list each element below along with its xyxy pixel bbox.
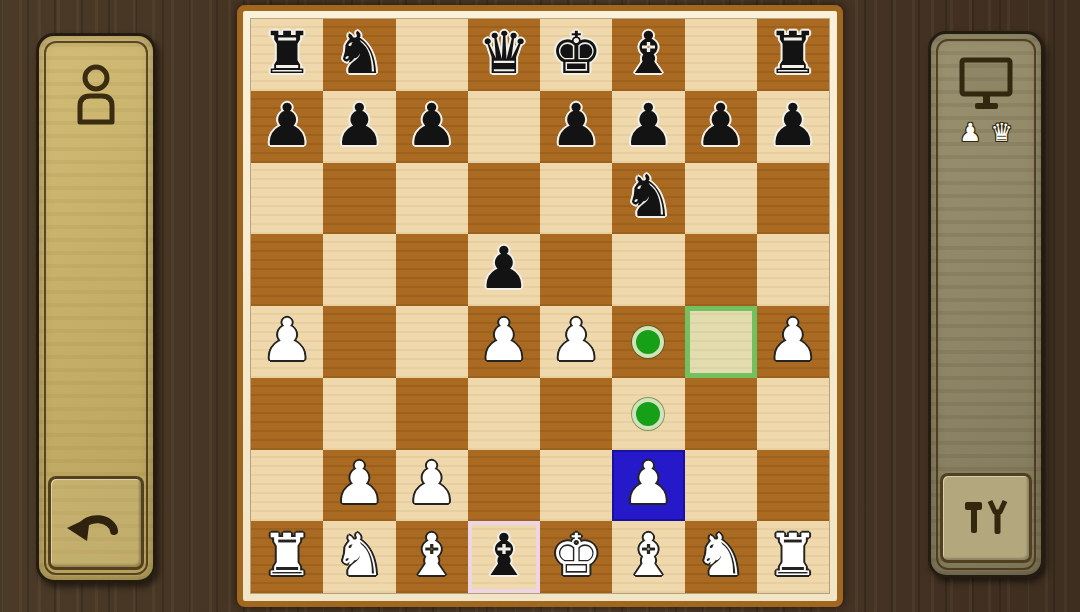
white-pawn: ♟ (767, 311, 819, 369)
player-panel-computer: ♟♛ (928, 31, 1044, 578)
square-f6[interactable]: ♞ (612, 163, 684, 235)
square-f4[interactable] (612, 306, 684, 378)
white-pawn: ♟ (478, 311, 530, 369)
black-pawn: ♟ (550, 96, 602, 154)
captured-white-queen-icon: ♛ (991, 120, 1013, 145)
white-rook: ♜ (767, 526, 819, 584)
player-panel-human (36, 33, 156, 583)
square-e8[interactable]: ♚ (540, 19, 612, 91)
person-icon (67, 60, 125, 132)
square-h3[interactable] (757, 378, 829, 450)
square-c3[interactable] (396, 378, 468, 450)
square-h2[interactable] (757, 450, 829, 522)
settings-button[interactable] (940, 473, 1032, 563)
square-e5[interactable] (540, 234, 612, 306)
black-knight: ♞ (333, 24, 385, 82)
square-f5[interactable] (612, 234, 684, 306)
black-pawn: ♟ (478, 239, 530, 297)
square-c4[interactable] (396, 306, 468, 378)
square-h8[interactable]: ♜ (757, 19, 829, 91)
white-knight: ♞ (333, 526, 385, 584)
square-e6[interactable] (540, 163, 612, 235)
square-d8[interactable]: ♛ (468, 19, 540, 91)
black-pawn: ♟ (261, 96, 313, 154)
square-a7[interactable]: ♟ (251, 91, 323, 163)
square-b7[interactable]: ♟ (323, 91, 395, 163)
square-g1[interactable]: ♞ (685, 521, 757, 593)
square-c1[interactable]: ♝ (396, 521, 468, 593)
square-f7[interactable]: ♟ (612, 91, 684, 163)
white-king: ♚ (550, 526, 602, 584)
square-d5[interactable]: ♟ (468, 234, 540, 306)
black-pawn: ♟ (333, 96, 385, 154)
square-d7[interactable] (468, 91, 540, 163)
square-b3[interactable] (323, 378, 395, 450)
square-h1[interactable]: ♜ (757, 521, 829, 593)
square-e4[interactable]: ♟ (540, 306, 612, 378)
black-pawn: ♟ (767, 96, 819, 154)
square-b4[interactable] (323, 306, 395, 378)
square-b1[interactable]: ♞ (323, 521, 395, 593)
square-e7[interactable]: ♟ (540, 91, 612, 163)
black-rook: ♜ (767, 24, 819, 82)
square-a6[interactable] (251, 163, 323, 235)
square-a8[interactable]: ♜ (251, 19, 323, 91)
black-bishop: ♝ (478, 526, 530, 584)
square-g5[interactable] (685, 234, 757, 306)
black-knight: ♞ (622, 167, 674, 225)
square-a2[interactable] (251, 450, 323, 522)
white-knight: ♞ (695, 526, 747, 584)
square-d6[interactable] (468, 163, 540, 235)
white-pawn: ♟ (333, 454, 385, 512)
computer-monitor-icon (956, 56, 1016, 112)
square-h6[interactable] (757, 163, 829, 235)
square-c5[interactable] (396, 234, 468, 306)
white-bishop: ♝ (406, 526, 458, 584)
square-h4[interactable]: ♟ (757, 306, 829, 378)
white-pawn: ♟ (261, 311, 313, 369)
square-g4[interactable] (685, 306, 757, 378)
square-d2[interactable] (468, 450, 540, 522)
captured-white-pawn-icon: ♟ (959, 120, 981, 145)
black-pawn: ♟ (695, 96, 747, 154)
chess-app-screen: ♜♞♛♚♝♜♟♟♟♟♟♟♟♞♟♟♟♟♟♟♟♟♜♞♝♝♚♝♞♜ ♟♛ (0, 0, 1080, 612)
square-f3[interactable] (612, 378, 684, 450)
black-bishop: ♝ (622, 24, 674, 82)
square-b2[interactable]: ♟ (323, 450, 395, 522)
white-pawn: ♟ (550, 311, 602, 369)
black-rook: ♜ (261, 24, 313, 82)
square-b8[interactable]: ♞ (323, 19, 395, 91)
captured-pieces-tray: ♟♛ (959, 120, 1013, 145)
board-frame: ♜♞♛♚♝♜♟♟♟♟♟♟♟♞♟♟♟♟♟♟♟♟♜♞♝♝♚♝♞♜ (237, 5, 843, 607)
square-e3[interactable] (540, 378, 612, 450)
square-c6[interactable] (396, 163, 468, 235)
undo-arrow-icon (64, 498, 128, 548)
square-f1[interactable]: ♝ (612, 521, 684, 593)
square-a5[interactable] (251, 234, 323, 306)
square-f2[interactable]: ♟ (612, 450, 684, 522)
square-a1[interactable]: ♜ (251, 521, 323, 593)
square-e1[interactable]: ♚ (540, 521, 612, 593)
legal-move-dot[interactable] (632, 326, 664, 358)
square-a4[interactable]: ♟ (251, 306, 323, 378)
square-h7[interactable]: ♟ (757, 91, 829, 163)
square-g6[interactable] (685, 163, 757, 235)
square-g7[interactable]: ♟ (685, 91, 757, 163)
black-king: ♚ (550, 24, 602, 82)
black-queen: ♛ (478, 24, 530, 82)
undo-button[interactable] (48, 476, 144, 570)
black-pawn: ♟ (622, 96, 674, 154)
white-rook: ♜ (261, 526, 313, 584)
tools-icon (962, 497, 1010, 539)
square-a3[interactable] (251, 378, 323, 450)
black-pawn: ♟ (406, 96, 458, 154)
square-d3[interactable] (468, 378, 540, 450)
white-bishop: ♝ (622, 526, 674, 584)
square-d4[interactable]: ♟ (468, 306, 540, 378)
square-c2[interactable]: ♟ (396, 450, 468, 522)
square-d1[interactable]: ♝ (468, 521, 540, 593)
square-e2[interactable] (540, 450, 612, 522)
legal-move-dot[interactable] (632, 398, 664, 430)
square-f8[interactable]: ♝ (612, 19, 684, 91)
square-g3[interactable] (685, 378, 757, 450)
square-b5[interactable] (323, 234, 395, 306)
square-c7[interactable]: ♟ (396, 91, 468, 163)
square-g8[interactable] (685, 19, 757, 91)
square-c8[interactable] (396, 19, 468, 91)
square-b6[interactable] (323, 163, 395, 235)
square-g2[interactable] (685, 450, 757, 522)
white-pawn: ♟ (406, 454, 458, 512)
square-h5[interactable] (757, 234, 829, 306)
white-pawn: ♟ (622, 454, 674, 512)
chess-board: ♜♞♛♚♝♜♟♟♟♟♟♟♟♞♟♟♟♟♟♟♟♟♜♞♝♝♚♝♞♜ (251, 19, 829, 593)
